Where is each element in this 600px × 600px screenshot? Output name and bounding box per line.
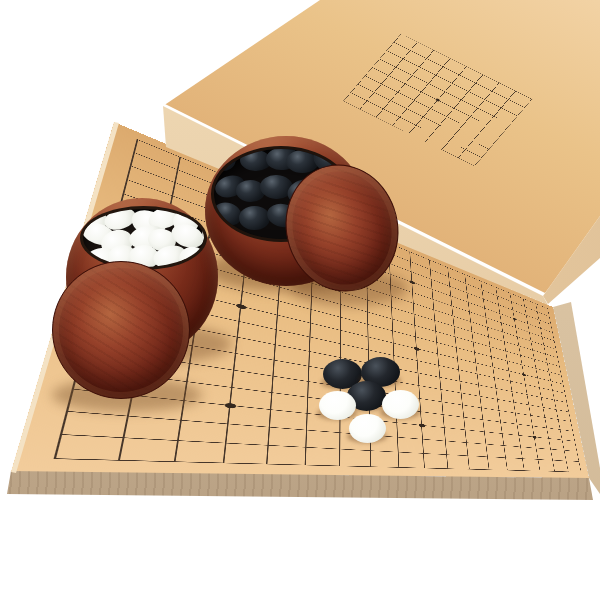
star-point [532,435,536,438]
star-point [418,423,425,427]
white-stone[interactable] [349,414,386,443]
white-bowl-opening [80,206,207,270]
white-bowl-lid[interactable] [52,261,190,399]
star-point [435,98,440,102]
white-stone[interactable] [382,390,419,419]
white-stone[interactable] [319,391,356,420]
grid-lines-9x9 [343,34,532,167]
go-set-scene [0,0,600,600]
black-stone-in-bowl [239,206,270,230]
